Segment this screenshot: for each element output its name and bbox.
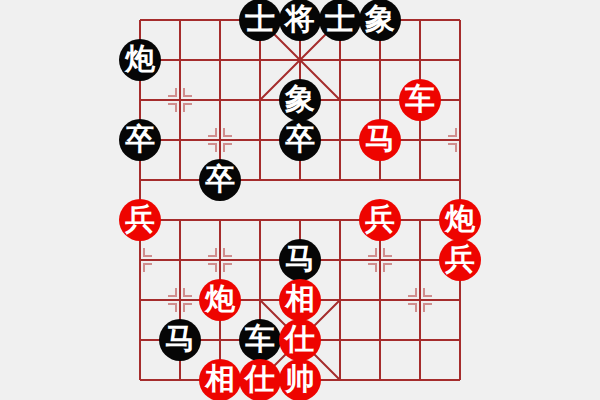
piece-red-general[interactable]: 帅 [279,359,321,400]
piece-black-advisor[interactable]: 士 [239,0,281,41]
piece-black-horse[interactable]: 马 [159,319,201,361]
piece-red-cannon[interactable]: 炮 [199,279,241,321]
piece-red-advisor[interactable]: 仕 [239,359,281,400]
piece-red-elephant[interactable]: 相 [199,359,241,400]
piece-glyph: 将 [285,4,315,34]
piece-black-chariot[interactable]: 车 [239,319,281,361]
piece-glyph: 炮 [205,284,235,314]
piece-black-pawn[interactable]: 卒 [119,119,161,161]
piece-red-pawn[interactable]: 兵 [439,239,481,281]
piece-black-general[interactable]: 将 [279,0,321,41]
piece-red-chariot[interactable]: 车 [399,79,441,121]
piece-glyph: 炮 [125,44,155,74]
piece-glyph: 车 [245,324,275,354]
piece-black-elephant[interactable]: 象 [359,0,401,41]
piece-black-pawn[interactable]: 卒 [199,159,241,201]
piece-red-cannon[interactable]: 炮 [439,199,481,241]
xiangqi-board-screen: 士将士象炮象车卒卒马卒兵兵炮马兵炮相马车仕相仕帅 [0,0,600,400]
piece-red-pawn[interactable]: 兵 [359,199,401,241]
piece-glyph: 相 [205,364,235,394]
piece-glyph: 兵 [445,244,475,274]
piece-glyph: 马 [365,124,395,154]
piece-glyph: 兵 [365,204,395,234]
piece-glyph: 卒 [205,164,235,194]
pieces-grid[interactable]: 士将士象炮象车卒卒马卒兵兵炮马兵炮相马车仕相仕帅 [120,0,480,400]
piece-black-pawn[interactable]: 卒 [279,119,321,161]
piece-glyph: 卒 [125,124,155,154]
piece-black-cannon[interactable]: 炮 [119,39,161,81]
piece-red-advisor[interactable]: 仕 [279,319,321,361]
piece-red-elephant[interactable]: 相 [279,279,321,321]
piece-glyph: 马 [285,244,315,274]
piece-glyph: 车 [405,84,435,114]
piece-glyph: 仕 [245,364,275,394]
piece-glyph: 卒 [285,124,315,154]
piece-glyph: 兵 [125,204,155,234]
piece-red-horse[interactable]: 马 [359,119,401,161]
piece-glyph: 象 [365,4,395,34]
piece-glyph: 象 [285,84,315,114]
piece-glyph: 帅 [285,364,315,394]
piece-red-pawn[interactable]: 兵 [119,199,161,241]
piece-black-advisor[interactable]: 士 [319,0,361,41]
piece-black-elephant[interactable]: 象 [279,79,321,121]
piece-glyph: 士 [325,4,355,34]
piece-glyph: 士 [245,4,275,34]
piece-glyph: 仕 [285,324,315,354]
piece-glyph: 炮 [445,204,475,234]
piece-black-horse[interactable]: 马 [279,239,321,281]
piece-glyph: 马 [165,324,195,354]
piece-glyph: 相 [285,284,315,314]
